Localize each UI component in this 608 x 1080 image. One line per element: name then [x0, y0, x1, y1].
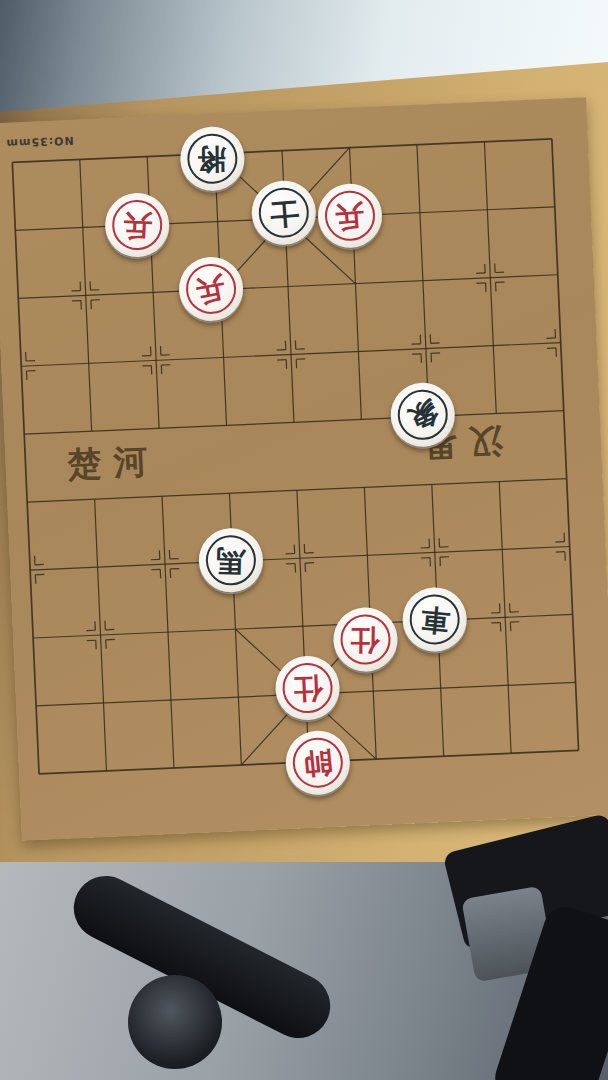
piece-character: 仕 — [292, 673, 322, 703]
piece-ring: 仕 — [281, 662, 333, 714]
piece-ring: 仕 — [339, 613, 391, 665]
piece-character: 帥 — [302, 747, 334, 779]
piece-character: 車 — [419, 604, 451, 636]
piece-character: 馬 — [216, 545, 246, 575]
chair-leg-left-foot — [128, 975, 222, 1069]
piece-ring: 車 — [409, 593, 461, 645]
piece-character: 將 — [197, 144, 226, 173]
piece-ring: 兵 — [111, 199, 163, 251]
river-label-chu-he: 楚 河 — [67, 439, 149, 488]
piece-character: 士 — [268, 197, 299, 228]
piece-character: 兵 — [194, 272, 228, 306]
piece-ring: 士 — [258, 187, 310, 239]
piece-character: 仕 — [350, 625, 379, 654]
piece-ring: 兵 — [323, 190, 375, 242]
xiangqi-board: NO:35mm 楚 河 汉 界 將士兵兵兵象馬車仕仕帥 — [0, 97, 608, 840]
piece-character: 兵 — [122, 210, 152, 240]
photo-scene: NO:35mm 楚 河 汉 界 將士兵兵兵象馬車仕仕帥 — [0, 0, 608, 1080]
piece-ring: 馬 — [204, 534, 256, 586]
piece-ring: 將 — [186, 133, 238, 185]
piece-ring: 象 — [397, 389, 449, 441]
piece-character: 象 — [404, 396, 442, 434]
piece-character: 兵 — [334, 200, 365, 231]
piece-ring: 兵 — [184, 263, 236, 315]
piece-ring: 帥 — [292, 737, 344, 789]
